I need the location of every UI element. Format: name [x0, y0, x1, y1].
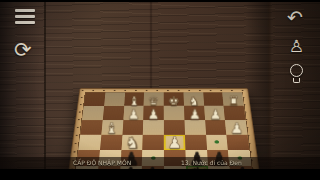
chess-board: ♝♛♚♞♜♟♟♟♟♝♟♞♟♟♟♟♟♟♞♟♟♟♝♝♜♞♛♚♜	[61, 16, 265, 169]
menu-icon[interactable]	[15, 9, 35, 25]
square-d3[interactable]	[143, 120, 164, 135]
move-indicator-label: 13. Nước đi của Đen	[181, 157, 242, 169]
bulb-glass	[290, 64, 303, 77]
piece-wB-b3[interactable]: ♝	[101, 121, 122, 136]
piece-wP-c2[interactable]: ♟	[123, 108, 143, 121]
square-e2[interactable]	[164, 106, 184, 120]
square-h1[interactable]: ♜	[222, 93, 243, 106]
piece-set-icon[interactable]: ♙	[289, 36, 304, 56]
bottom-letterbox	[0, 169, 320, 180]
square-h4[interactable]	[227, 135, 250, 150]
menu-bar	[15, 21, 35, 24]
square-a3[interactable]	[80, 120, 102, 135]
menu-bar	[15, 15, 35, 18]
square-d4[interactable]	[143, 135, 164, 150]
square-g1[interactable]	[203, 93, 224, 106]
square-f1[interactable]: ♞	[183, 93, 203, 106]
square-c1[interactable]: ♝	[124, 93, 144, 106]
hint-lightbulb-icon[interactable]	[290, 64, 303, 83]
square-b1[interactable]	[104, 93, 125, 106]
square-d1[interactable]: ♛	[144, 93, 164, 106]
square-b2[interactable]	[103, 106, 124, 120]
piece-wP-h3[interactable]: ♟	[227, 121, 248, 136]
undo-move-icon[interactable]: ↶	[287, 6, 303, 28]
bulb-base	[293, 78, 300, 83]
top-letterbox	[0, 0, 320, 2]
square-f2[interactable]: ♟	[184, 106, 205, 120]
square-h3[interactable]: ♟	[225, 120, 247, 135]
menu-bar	[15, 9, 35, 12]
square-h2[interactable]	[224, 106, 246, 120]
square-f3[interactable]	[184, 120, 205, 135]
square-g2[interactable]: ♟	[204, 106, 225, 120]
square-a2[interactable]	[82, 106, 104, 120]
square-a1[interactable]	[84, 93, 105, 106]
rotate-board-icon[interactable]: ⟳	[14, 38, 32, 62]
square-a4[interactable]	[78, 135, 101, 150]
piece-wP-f2[interactable]: ♟	[184, 108, 204, 121]
square-e1[interactable]: ♚	[164, 93, 184, 106]
square-b3[interactable]: ♝	[101, 120, 123, 135]
square-c2[interactable]: ♟	[123, 106, 144, 120]
square-b4[interactable]	[100, 135, 122, 150]
square-d2[interactable]: ♟	[143, 106, 163, 120]
status-bar: CẤP ĐỘ NHẬP MÔN 13. Nước đi của Đen	[0, 157, 320, 169]
square-e4[interactable]: ♟	[164, 135, 185, 150]
piece-wR-h1[interactable]: ♜	[224, 95, 244, 107]
piece-wP-d2[interactable]: ♟	[143, 108, 163, 121]
piece-wK-e1[interactable]: ♚	[164, 95, 184, 107]
legal-move-dot-g4[interactable]	[214, 141, 219, 144]
piece-wP-e4[interactable]: ♟	[164, 135, 185, 151]
piece-wP-g2[interactable]: ♟	[205, 108, 225, 121]
square-g3[interactable]	[205, 120, 227, 135]
difficulty-level-label: CẤP ĐỘ NHẬP MÔN	[73, 157, 131, 169]
app-screen: ⟳ ↶ ♙ ♝♛♚♞♜♟♟♟♟♝♟♞♟♟♟♟♟♟♞♟♟♟♝♝♜♞♛♚♜ CẤP …	[0, 0, 320, 180]
